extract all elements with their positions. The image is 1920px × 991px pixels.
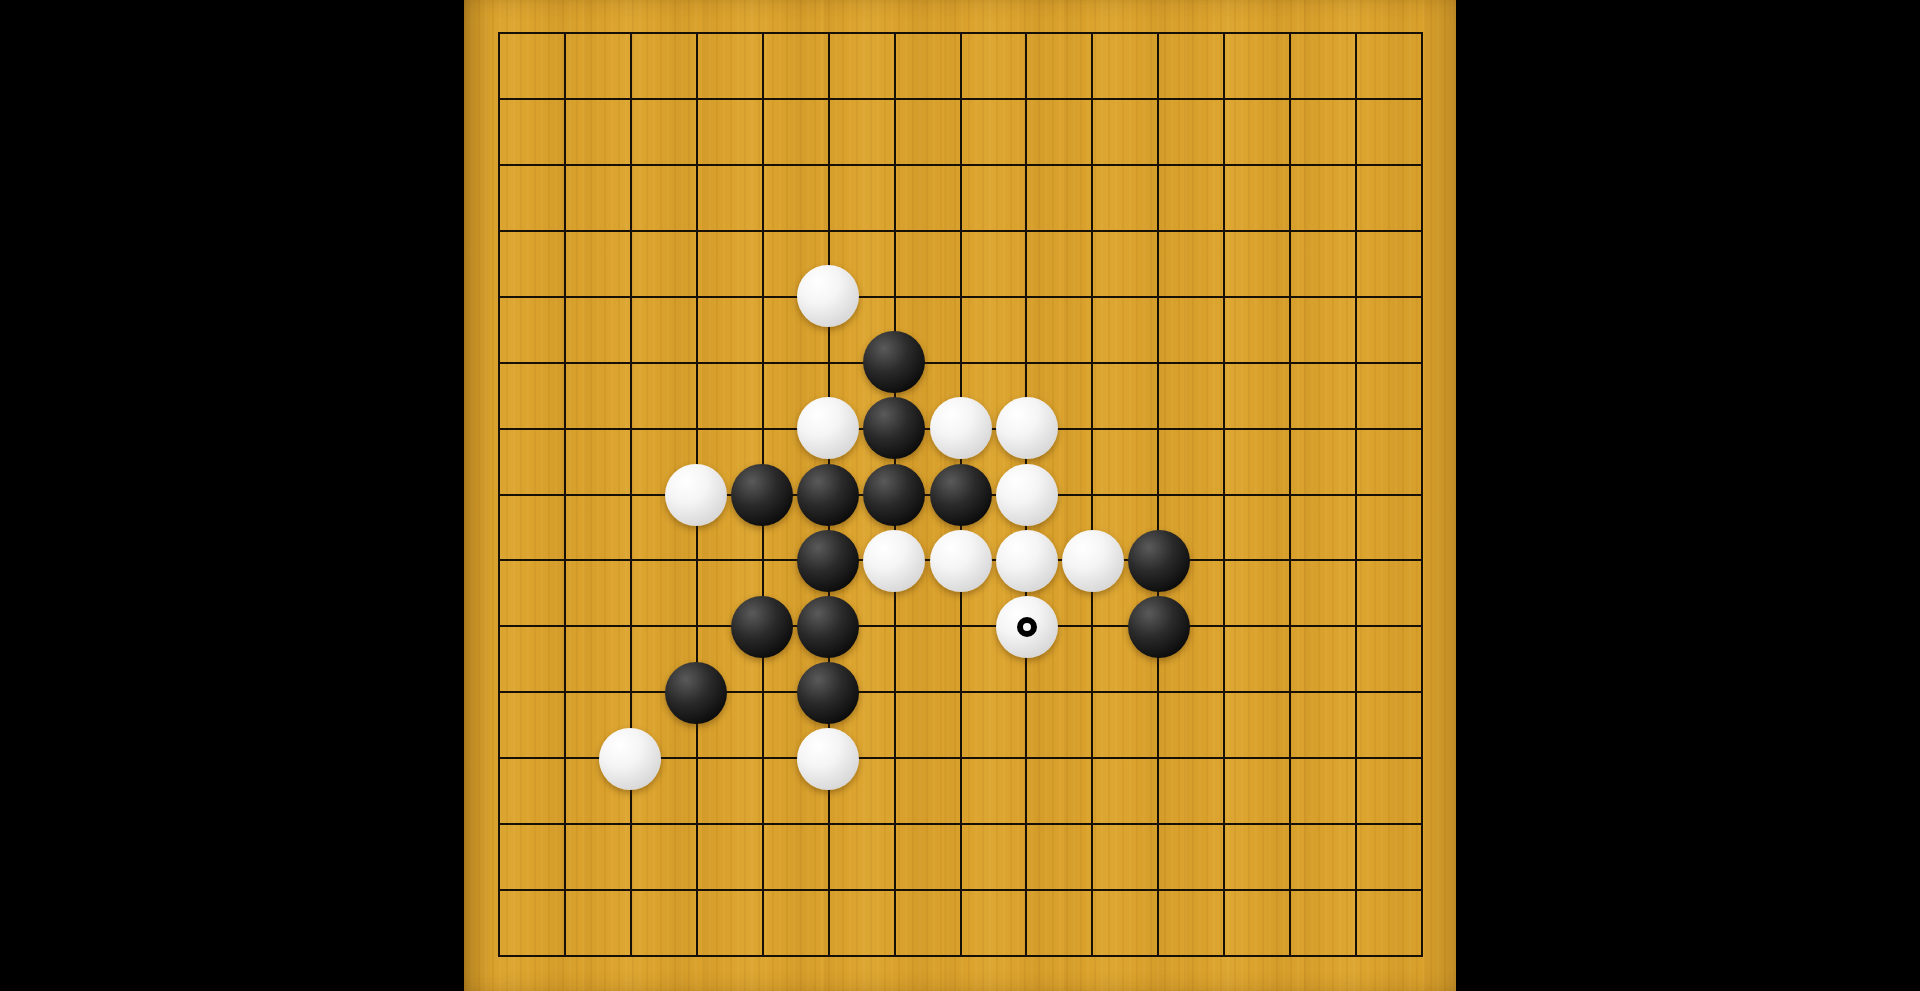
gomoku-board[interactable] (464, 0, 1456, 991)
white-stone (665, 464, 727, 526)
white-stone (797, 397, 859, 459)
black-stone (797, 530, 859, 592)
white-stone (599, 728, 661, 790)
white-stone (797, 728, 859, 790)
black-stone (863, 464, 925, 526)
white-stone (863, 530, 925, 592)
black-stone (797, 464, 859, 526)
black-stone (1128, 596, 1190, 658)
white-stone (930, 530, 992, 592)
white-stone (996, 397, 1058, 459)
white-stone (996, 530, 1058, 592)
white-stone (1062, 530, 1124, 592)
black-stone (863, 397, 925, 459)
last-move-marker (1017, 617, 1037, 637)
black-stone (797, 596, 859, 658)
black-stone (797, 662, 859, 724)
white-stone (930, 397, 992, 459)
app-background (0, 0, 1920, 991)
black-stone (863, 331, 925, 393)
white-stone (996, 464, 1058, 526)
white-stone (797, 265, 859, 327)
white-stone-last-move (996, 596, 1058, 658)
black-stone (731, 464, 793, 526)
black-stone (731, 596, 793, 658)
black-stone (665, 662, 727, 724)
stones-layer (498, 32, 1423, 957)
black-stone (930, 464, 992, 526)
black-stone (1128, 530, 1190, 592)
